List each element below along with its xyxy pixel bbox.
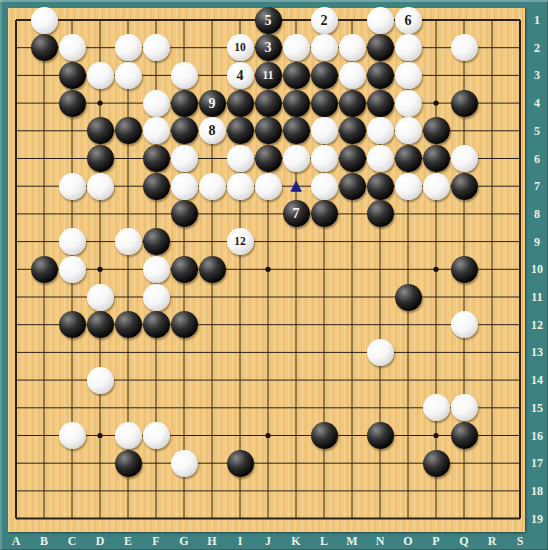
- go-stone-black-L4[interactable]: [311, 90, 338, 117]
- go-stone-white-Q15[interactable]: [451, 394, 478, 421]
- move-number-label: 10: [227, 34, 254, 61]
- row-label-11: 11: [526, 290, 548, 305]
- go-stone-black-G5[interactable]: [171, 117, 198, 144]
- row-label-17: 17: [526, 456, 548, 471]
- go-stone-black-Q7[interactable]: [451, 173, 478, 200]
- go-stone-black-M5[interactable]: [339, 117, 366, 144]
- go-stone-white-E3[interactable]: [115, 62, 142, 89]
- go-stone-white-E2[interactable]: [115, 34, 142, 61]
- go-stone-black-N16[interactable]: [367, 422, 394, 449]
- go-stone-black-O6[interactable]: [395, 145, 422, 172]
- go-stone-white-O4[interactable]: [395, 90, 422, 117]
- go-stone-white-F16[interactable]: [143, 422, 170, 449]
- go-stone-black-J3[interactable]: 11: [255, 62, 282, 89]
- go-stone-black-N3[interactable]: [367, 62, 394, 89]
- go-stone-white-E16[interactable]: [115, 422, 142, 449]
- row-label-6: 6: [526, 152, 548, 167]
- go-stone-white-B1[interactable]: [31, 7, 58, 34]
- go-stone-black-I5[interactable]: [227, 117, 254, 144]
- go-stone-white-N1[interactable]: [367, 7, 394, 34]
- go-stone-white-C7[interactable]: [59, 173, 86, 200]
- row-label-19: 19: [526, 512, 548, 527]
- move-number-label: 8: [199, 117, 226, 144]
- go-stone-white-L5[interactable]: [311, 117, 338, 144]
- row-label-15: 15: [526, 401, 548, 416]
- go-stone-white-I7[interactable]: [227, 173, 254, 200]
- column-label-A: A: [6, 534, 26, 549]
- move-number-label: 5: [255, 7, 282, 34]
- column-label-I: I: [230, 534, 250, 549]
- go-stone-white-L2[interactable]: [311, 34, 338, 61]
- column-label-P: P: [426, 534, 446, 549]
- go-stone-black-F12[interactable]: [143, 311, 170, 338]
- go-stone-black-K3[interactable]: [283, 62, 310, 89]
- go-stone-black-Q10[interactable]: [451, 256, 478, 283]
- go-board-frame: 53119726104812 ▲ ABCDEFGHIJKLMNOPQRS 123…: [0, 0, 548, 550]
- go-stone-black-Q16[interactable]: [451, 422, 478, 449]
- go-stone-white-G17[interactable]: [171, 450, 198, 477]
- go-stone-black-I17[interactable]: [227, 450, 254, 477]
- go-stone-white-H7[interactable]: [199, 173, 226, 200]
- column-label-D: D: [90, 534, 110, 549]
- go-stone-black-G4[interactable]: [171, 90, 198, 117]
- column-label-K: K: [286, 534, 306, 549]
- column-label-Q: Q: [454, 534, 474, 549]
- column-label-M: M: [342, 534, 362, 549]
- row-label-13: 13: [526, 345, 548, 360]
- go-stone-white-C9[interactable]: [59, 228, 86, 255]
- go-stone-white-O2[interactable]: [395, 34, 422, 61]
- go-stone-black-J4[interactable]: [255, 90, 282, 117]
- go-stone-black-O11[interactable]: [395, 284, 422, 311]
- column-label-H: H: [202, 534, 222, 549]
- go-stone-white-M3[interactable]: [339, 62, 366, 89]
- go-stone-white-K6[interactable]: [283, 145, 310, 172]
- go-stone-white-H5[interactable]: 8: [199, 117, 226, 144]
- go-stone-white-N6[interactable]: [367, 145, 394, 172]
- row-label-16: 16: [526, 429, 548, 444]
- move-number-label: 12: [227, 228, 254, 255]
- go-stone-black-D12[interactable]: [87, 311, 114, 338]
- triangle-mark: ▲: [286, 175, 306, 195]
- go-stone-black-C3[interactable]: [59, 62, 86, 89]
- go-stone-white-O7[interactable]: [395, 173, 422, 200]
- column-label-N: N: [370, 534, 390, 549]
- go-stone-black-Q4[interactable]: [451, 90, 478, 117]
- row-label-1: 1: [526, 13, 548, 28]
- go-stone-black-K8[interactable]: 7: [283, 200, 310, 227]
- go-stone-black-F9[interactable]: [143, 228, 170, 255]
- go-stone-black-J1[interactable]: 5: [255, 7, 282, 34]
- go-stone-white-I3[interactable]: 4: [227, 62, 254, 89]
- move-number-label: 7: [283, 200, 310, 227]
- go-stone-black-I4[interactable]: [227, 90, 254, 117]
- go-stone-black-N8[interactable]: [367, 200, 394, 227]
- go-stone-white-Q2[interactable]: [451, 34, 478, 61]
- go-stone-black-N7[interactable]: [367, 173, 394, 200]
- go-stone-black-J6[interactable]: [255, 145, 282, 172]
- go-stone-white-D7[interactable]: [87, 173, 114, 200]
- go-stone-black-F7[interactable]: [143, 173, 170, 200]
- column-label-S: S: [510, 534, 530, 549]
- go-stone-white-F11[interactable]: [143, 284, 170, 311]
- go-stone-white-I6[interactable]: [227, 145, 254, 172]
- row-label-7: 7: [526, 179, 548, 194]
- go-stone-white-L7[interactable]: [311, 173, 338, 200]
- go-stone-black-C4[interactable]: [59, 90, 86, 117]
- go-stone-white-F4[interactable]: [143, 90, 170, 117]
- go-stone-white-D3[interactable]: [87, 62, 114, 89]
- go-stone-white-C16[interactable]: [59, 422, 86, 449]
- column-label-L: L: [314, 534, 334, 549]
- go-stone-white-Q12[interactable]: [451, 311, 478, 338]
- move-number-label: 4: [227, 62, 254, 89]
- go-stone-white-Q6[interactable]: [451, 145, 478, 172]
- row-label-8: 8: [526, 207, 548, 222]
- column-label-O: O: [398, 534, 418, 549]
- go-stone-black-B2[interactable]: [31, 34, 58, 61]
- go-stone-black-G10[interactable]: [171, 256, 198, 283]
- go-stone-white-J7[interactable]: [255, 173, 282, 200]
- go-stone-white-G3[interactable]: [171, 62, 198, 89]
- go-stone-white-D11[interactable]: [87, 284, 114, 311]
- row-label-10: 10: [526, 262, 548, 277]
- go-stone-black-M6[interactable]: [339, 145, 366, 172]
- go-stone-white-N5[interactable]: [367, 117, 394, 144]
- go-stone-black-G8[interactable]: [171, 200, 198, 227]
- go-stone-white-K2[interactable]: [283, 34, 310, 61]
- go-stone-white-I9[interactable]: 12: [227, 228, 254, 255]
- go-stone-black-N4[interactable]: [367, 90, 394, 117]
- column-label-G: G: [174, 534, 194, 549]
- row-label-18: 18: [526, 484, 548, 499]
- go-stone-black-L3[interactable]: [311, 62, 338, 89]
- go-stone-white-E9[interactable]: [115, 228, 142, 255]
- column-label-F: F: [146, 534, 166, 549]
- go-stone-black-F6[interactable]: [143, 145, 170, 172]
- move-number-label: 3: [255, 34, 282, 61]
- go-stone-black-H4[interactable]: 9: [199, 90, 226, 117]
- go-stone-black-J5[interactable]: [255, 117, 282, 144]
- go-stone-black-N2[interactable]: [367, 34, 394, 61]
- go-stone-black-E12[interactable]: [115, 311, 142, 338]
- go-stone-black-J2[interactable]: 3: [255, 34, 282, 61]
- go-stone-black-E17[interactable]: [115, 450, 142, 477]
- go-stone-white-I2[interactable]: 10: [227, 34, 254, 61]
- row-label-5: 5: [526, 124, 548, 139]
- column-label-R: R: [482, 534, 502, 549]
- go-stone-black-C12[interactable]: [59, 311, 86, 338]
- go-stone-white-O1[interactable]: 6: [395, 7, 422, 34]
- column-label-C: C: [62, 534, 82, 549]
- go-stone-white-P15[interactable]: [423, 394, 450, 421]
- go-stone-white-N13[interactable]: [367, 339, 394, 366]
- row-label-12: 12: [526, 318, 548, 333]
- go-stone-black-D6[interactable]: [87, 145, 114, 172]
- go-stone-white-F2[interactable]: [143, 34, 170, 61]
- go-stone-black-L8[interactable]: [311, 200, 338, 227]
- go-stone-black-G12[interactable]: [171, 311, 198, 338]
- go-stone-white-F5[interactable]: [143, 117, 170, 144]
- go-stone-black-M4[interactable]: [339, 90, 366, 117]
- move-number-label: 11: [255, 62, 282, 89]
- go-stone-black-L16[interactable]: [311, 422, 338, 449]
- go-stone-black-M7[interactable]: [339, 173, 366, 200]
- go-stone-white-O3[interactable]: [395, 62, 422, 89]
- column-label-E: E: [118, 534, 138, 549]
- row-label-14: 14: [526, 373, 548, 388]
- go-stone-white-G7[interactable]: [171, 173, 198, 200]
- go-stone-black-P17[interactable]: [423, 450, 450, 477]
- go-stone-black-E5[interactable]: [115, 117, 142, 144]
- go-stone-white-C10[interactable]: [59, 256, 86, 283]
- move-number-label: 9: [199, 90, 226, 117]
- column-label-B: B: [34, 534, 54, 549]
- go-stone-white-C2[interactable]: [59, 34, 86, 61]
- column-label-J: J: [258, 534, 278, 549]
- move-number-label: 2: [311, 7, 338, 34]
- go-stone-black-P6[interactable]: [423, 145, 450, 172]
- go-stone-black-K5[interactable]: [283, 117, 310, 144]
- go-stone-white-P7[interactable]: [423, 173, 450, 200]
- go-stone-white-F10[interactable]: [143, 256, 170, 283]
- row-label-9: 9: [526, 235, 548, 250]
- go-stone-white-O5[interactable]: [395, 117, 422, 144]
- row-label-4: 4: [526, 96, 548, 111]
- go-stone-black-D5[interactable]: [87, 117, 114, 144]
- go-stone-white-L1[interactable]: 2: [311, 7, 338, 34]
- move-number-label: 6: [395, 7, 422, 34]
- go-stone-black-K4[interactable]: [283, 90, 310, 117]
- go-stone-white-M2[interactable]: [339, 34, 366, 61]
- go-stone-white-D14[interactable]: [87, 367, 114, 394]
- go-stone-black-P5[interactable]: [423, 117, 450, 144]
- row-label-2: 2: [526, 41, 548, 56]
- go-stone-white-L6[interactable]: [311, 145, 338, 172]
- row-label-3: 3: [526, 68, 548, 83]
- go-stone-black-B10[interactable]: [31, 256, 58, 283]
- go-stone-white-G6[interactable]: [171, 145, 198, 172]
- go-stone-black-H10[interactable]: [199, 256, 226, 283]
